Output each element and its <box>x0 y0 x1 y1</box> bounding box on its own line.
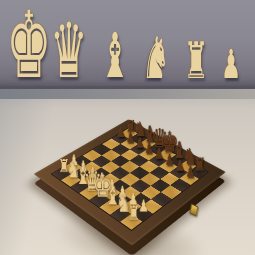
lineup-pawn: ♟ <box>198 44 255 84</box>
piece-black-pawn-h7: ♟ <box>175 164 207 179</box>
piece-white-rook-h1: ♜ <box>116 203 151 223</box>
piece-lineup-photo: ♚♛♝♞♜♟ <box>0 0 255 89</box>
board-photo: ♜♟♟♜♞♟♟♞♝♟♟♝♛♟♟♛♚♟♟♚♝♟♟♝♞♟♟♞♜♟♟♜ <box>0 89 255 255</box>
square-h1: ♜ <box>120 214 142 230</box>
chess-set-product-photo: ♚♛♝♞♜♟ ♜♟♟♜♞♟♟♞♝♟♟♝♛♟♟♛♚♟♟♚♝♟♟♝♞♟♟♞♜♟♟♜ <box>0 0 255 255</box>
backdrop-wall-band <box>0 89 255 99</box>
